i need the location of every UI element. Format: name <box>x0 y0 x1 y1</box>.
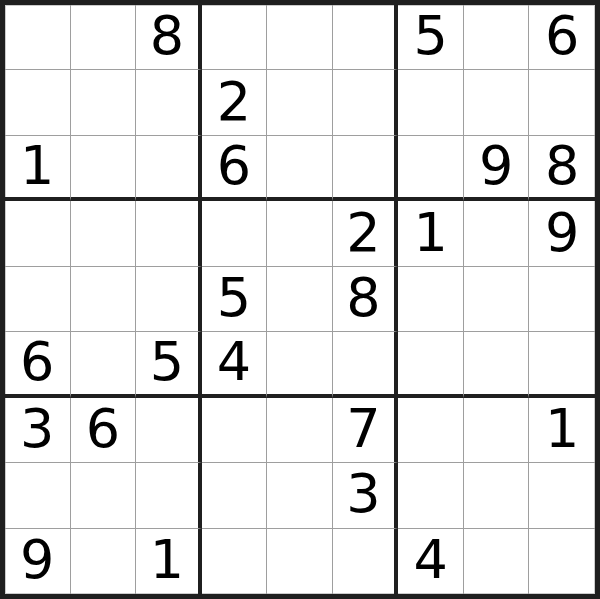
cell-r1c8[interactable] <box>464 5 530 70</box>
cell-r8c9[interactable] <box>529 463 595 528</box>
cell-r3c3[interactable] <box>136 136 202 201</box>
given-digit: 1 <box>150 533 184 587</box>
cell-r6c3[interactable]: 5 <box>136 332 202 397</box>
cell-r8c1[interactable] <box>5 463 71 528</box>
given-digit: 8 <box>150 9 184 63</box>
cell-r1c9[interactable]: 6 <box>529 5 595 70</box>
cell-r8c7[interactable] <box>398 463 464 528</box>
cell-r1c1[interactable] <box>5 5 71 70</box>
given-digit: 8 <box>346 271 380 325</box>
given-digit: 5 <box>413 9 447 63</box>
cell-r8c4[interactable] <box>202 463 268 528</box>
cell-r7c9[interactable]: 1 <box>529 398 595 463</box>
cell-r2c6[interactable] <box>333 70 399 135</box>
cell-r3c4[interactable]: 6 <box>202 136 268 201</box>
cell-r7c1[interactable]: 3 <box>5 398 71 463</box>
cell-r9c7[interactable]: 4 <box>398 529 464 594</box>
cell-r5c2[interactable] <box>71 267 137 332</box>
cell-r3c9[interactable]: 8 <box>529 136 595 201</box>
cell-r9c4[interactable] <box>202 529 268 594</box>
cell-r1c6[interactable] <box>333 5 399 70</box>
cell-r8c6[interactable]: 3 <box>333 463 399 528</box>
cell-r8c2[interactable] <box>71 463 137 528</box>
given-digit: 6 <box>545 9 579 63</box>
cell-r2c9[interactable] <box>529 70 595 135</box>
cell-r6c9[interactable] <box>529 332 595 397</box>
cell-r9c9[interactable] <box>529 529 595 594</box>
cell-r9c3[interactable]: 1 <box>136 529 202 594</box>
cell-r2c8[interactable] <box>464 70 530 135</box>
cell-r3c7[interactable] <box>398 136 464 201</box>
given-digit: 5 <box>150 335 184 389</box>
cell-r6c7[interactable] <box>398 332 464 397</box>
cell-r2c5[interactable] <box>267 70 333 135</box>
cell-r6c4[interactable]: 4 <box>202 332 268 397</box>
given-digit: 6 <box>217 139 251 193</box>
cell-r7c5[interactable] <box>267 398 333 463</box>
cell-r3c8[interactable]: 9 <box>464 136 530 201</box>
cell-r6c6[interactable] <box>333 332 399 397</box>
cell-r7c7[interactable] <box>398 398 464 463</box>
given-digit: 4 <box>217 335 251 389</box>
cell-r1c3[interactable]: 8 <box>136 5 202 70</box>
cell-r1c7[interactable]: 5 <box>398 5 464 70</box>
cell-r7c2[interactable]: 6 <box>71 398 137 463</box>
cell-r6c5[interactable] <box>267 332 333 397</box>
given-digit: 9 <box>479 139 513 193</box>
cell-r4c9[interactable]: 9 <box>529 201 595 266</box>
cell-r4c4[interactable] <box>202 201 268 266</box>
cell-r4c7[interactable]: 1 <box>398 201 464 266</box>
given-digit: 6 <box>86 402 120 456</box>
cell-r5c1[interactable] <box>5 267 71 332</box>
given-digit: 1 <box>545 402 579 456</box>
cell-r2c1[interactable] <box>5 70 71 135</box>
cell-r6c2[interactable] <box>71 332 137 397</box>
cell-r3c5[interactable] <box>267 136 333 201</box>
given-digit: 8 <box>545 139 579 193</box>
given-digit: 3 <box>346 467 380 521</box>
cell-r9c6[interactable] <box>333 529 399 594</box>
cell-r4c6[interactable]: 2 <box>333 201 399 266</box>
cell-r5c7[interactable] <box>398 267 464 332</box>
cell-r3c1[interactable]: 1 <box>5 136 71 201</box>
cell-r7c8[interactable] <box>464 398 530 463</box>
given-digit: 2 <box>346 206 380 260</box>
cell-r5c8[interactable] <box>464 267 530 332</box>
cell-r7c3[interactable] <box>136 398 202 463</box>
cell-r9c1[interactable]: 9 <box>5 529 71 594</box>
sudoku-board: 856216982195865436713914 <box>0 0 600 599</box>
cell-r8c5[interactable] <box>267 463 333 528</box>
given-digit: 1 <box>20 139 54 193</box>
cell-r7c6[interactable]: 7 <box>333 398 399 463</box>
cell-r5c6[interactable]: 8 <box>333 267 399 332</box>
cell-r5c3[interactable] <box>136 267 202 332</box>
cell-r6c1[interactable]: 6 <box>5 332 71 397</box>
cell-r7c4[interactable] <box>202 398 268 463</box>
cell-r4c3[interactable] <box>136 201 202 266</box>
cell-r8c3[interactable] <box>136 463 202 528</box>
cell-r2c3[interactable] <box>136 70 202 135</box>
cell-r2c4[interactable]: 2 <box>202 70 268 135</box>
cell-r4c1[interactable] <box>5 201 71 266</box>
given-digit: 9 <box>20 533 54 587</box>
cell-r9c8[interactable] <box>464 529 530 594</box>
cell-r4c5[interactable] <box>267 201 333 266</box>
cell-r4c8[interactable] <box>464 201 530 266</box>
cell-r2c2[interactable] <box>71 70 137 135</box>
given-digit: 9 <box>545 206 579 260</box>
cell-r4c2[interactable] <box>71 201 137 266</box>
cell-r3c2[interactable] <box>71 136 137 201</box>
cell-r5c5[interactable] <box>267 267 333 332</box>
given-digit: 5 <box>217 271 251 325</box>
given-digit: 4 <box>413 533 447 587</box>
cell-r3c6[interactable] <box>333 136 399 201</box>
cell-r8c8[interactable] <box>464 463 530 528</box>
cell-r5c4[interactable]: 5 <box>202 267 268 332</box>
given-digit: 3 <box>20 402 54 456</box>
cell-r6c8[interactable] <box>464 332 530 397</box>
cell-r2c7[interactable] <box>398 70 464 135</box>
cell-r1c5[interactable] <box>267 5 333 70</box>
given-digit: 7 <box>346 402 380 456</box>
cell-r1c2[interactable] <box>71 5 137 70</box>
cell-r9c5[interactable] <box>267 529 333 594</box>
cell-r9c2[interactable] <box>71 529 137 594</box>
cell-r5c9[interactable] <box>529 267 595 332</box>
given-digit: 6 <box>20 335 54 389</box>
given-digit: 2 <box>217 75 251 129</box>
given-digit: 1 <box>413 206 447 260</box>
cell-r1c4[interactable] <box>202 5 268 70</box>
